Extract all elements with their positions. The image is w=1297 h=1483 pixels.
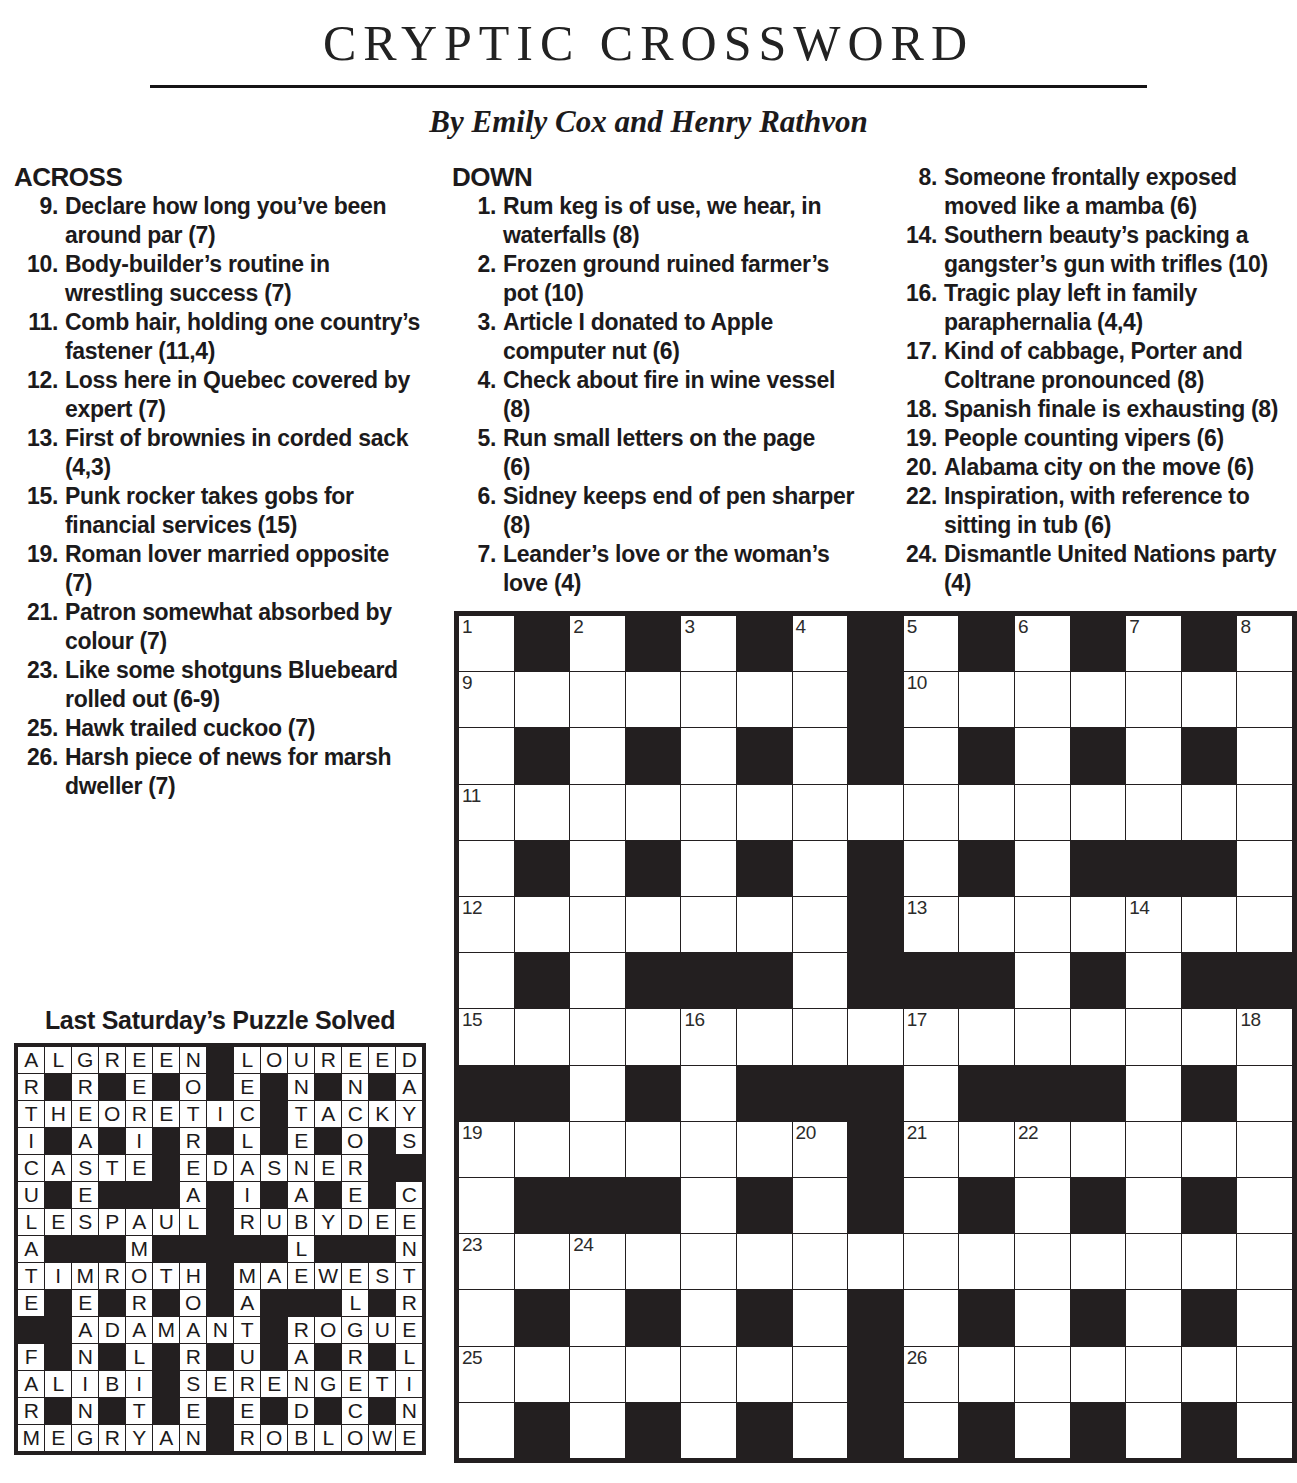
answer-cell[interactable] [793,1178,848,1233]
answer-cell[interactable] [1126,1347,1181,1402]
answer-cell[interactable] [515,1347,570,1402]
answer-cell[interactable] [459,1290,514,1345]
answer-cell[interactable] [848,1234,903,1289]
clue-item: 4.Check about fire in wine vessel (8) [452,366,884,424]
solved-letter-cell: T [234,1317,260,1343]
clue-number: 12. [14,366,58,424]
black-cell [737,841,792,896]
answer-cell[interactable] [459,953,514,1008]
title-divider-rule [150,85,1147,88]
answer-cell[interactable] [1015,672,1070,727]
answer-cell[interactable] [848,1009,903,1064]
answer-cell[interactable] [570,1066,625,1121]
black-cell [459,1066,514,1121]
cell-number: 21 [907,1122,927,1144]
clue-number: 17. [893,337,937,395]
answer-cell[interactable] [681,1122,736,1177]
answer-cell[interactable] [570,953,625,1008]
black-cell [959,1178,1014,1233]
answer-cell[interactable] [737,785,792,840]
answer-cell[interactable] [1126,1178,1181,1233]
answer-cell[interactable] [1237,1347,1292,1402]
answer-cell[interactable] [681,785,736,840]
answer-cell[interactable] [515,672,570,727]
answer-cell[interactable]: 1 [459,616,514,671]
answer-cell[interactable] [681,1066,736,1121]
down-clue-list-1: 1.Rum keg is of use, we hear, in waterfa… [452,192,884,598]
answer-cell[interactable] [793,1290,848,1345]
answer-cell[interactable] [1071,897,1126,952]
solved-letter-cell: R [180,1128,206,1154]
answer-cell[interactable] [904,1234,959,1289]
answer-cell[interactable] [515,1122,570,1177]
answer-cell[interactable]: 13 [904,897,959,952]
answer-cell[interactable] [1126,1009,1181,1064]
clue-number: 13. [14,424,58,482]
answer-cell[interactable] [1126,672,1181,727]
answer-cell[interactable]: 14 [1126,897,1181,952]
answer-cell[interactable] [570,1347,625,1402]
answer-cell[interactable] [1182,897,1237,952]
solved-letter-cell: M [153,1317,179,1343]
solved-black-cell [153,1344,179,1370]
clue-text: People counting vipers (6) [944,424,1224,453]
solved-letter-cell: I [234,1182,260,1208]
answer-cell[interactable] [681,1403,736,1458]
cell-number: 12 [462,897,482,919]
clue-number: 10. [14,250,58,308]
solved-letter-cell: Y [396,1101,422,1127]
answer-cell[interactable]: 17 [904,1009,959,1064]
cell-number: 18 [1240,1009,1260,1031]
answer-cell[interactable] [1126,953,1181,1008]
clue-item: 10.Body-builder’s routine in wrestling s… [14,250,446,308]
answer-cell[interactable] [1126,1066,1181,1121]
answer-cell[interactable] [1126,1290,1181,1345]
answer-cell[interactable] [1237,785,1292,840]
clue-number: 19. [893,424,937,453]
solved-letter-cell: E [126,1155,152,1181]
answer-cell[interactable] [959,1122,1014,1177]
answer-cell[interactable]: 6 [1015,616,1070,671]
answer-cell[interactable] [959,785,1014,840]
black-cell [626,1066,681,1121]
cell-number: 10 [907,672,927,694]
solved-black-cell [261,1290,287,1316]
solved-letter-cell: R [288,1317,314,1343]
down-clue-column-1: DOWN 1.Rum keg is of use, we hear, in wa… [452,163,884,598]
answer-cell[interactable] [459,728,514,783]
clue-number: 3. [452,308,496,366]
cell-number: 2 [573,616,583,638]
solved-black-cell [153,1290,179,1316]
answer-cell[interactable]: 10 [904,672,959,727]
answer-cell[interactable] [737,1009,792,1064]
answer-cell[interactable] [626,1234,681,1289]
solved-black-cell [207,1236,233,1262]
black-cell [1182,1178,1237,1233]
black-cell [1071,728,1126,783]
solved-letter-cell: A [18,1236,44,1262]
solved-letter-cell: U [369,1317,395,1343]
answer-cell[interactable] [904,1066,959,1121]
answer-cell[interactable] [515,1009,570,1064]
answer-cell[interactable] [904,1403,959,1458]
answer-cell[interactable] [793,1009,848,1064]
answer-cell[interactable]: 2 [570,616,625,671]
cell-number: 9 [462,672,472,694]
solved-letter-cell: C [234,1101,260,1127]
answer-cell[interactable] [904,785,959,840]
solved-letter-cell: D [207,1155,233,1181]
answer-cell[interactable]: 9 [459,672,514,727]
answer-cell[interactable] [793,953,848,1008]
answer-cell[interactable] [904,1290,959,1345]
clue-item: 5.Run small letters on the page (6) [452,424,884,482]
answer-cell[interactable]: 8 [1237,616,1292,671]
answer-cell[interactable] [793,728,848,783]
answer-cell[interactable] [737,1347,792,1402]
answer-cell[interactable] [1015,841,1070,896]
clue-number: 16. [893,279,937,337]
answer-cell[interactable] [793,1403,848,1458]
answer-cell[interactable] [1071,1009,1126,1064]
answer-cell[interactable] [681,1347,736,1402]
solved-black-cell [261,1128,287,1154]
answer-cell[interactable] [1126,728,1181,783]
black-cell [959,841,1014,896]
solved-letter-cell: T [288,1101,314,1127]
answer-cell[interactable] [681,1290,736,1345]
solved-letter-cell: A [18,1371,44,1397]
answer-cell[interactable]: 20 [793,1122,848,1177]
solved-black-cell [315,1182,341,1208]
answer-cell[interactable] [1015,1009,1070,1064]
black-cell [848,1066,903,1121]
answer-cell[interactable] [626,1347,681,1402]
black-cell [515,1178,570,1233]
answer-cell[interactable] [626,785,681,840]
clue-text: Hawk trailed cuckoo (7) [65,714,315,743]
clue-number: 11. [14,308,58,366]
solved-letter-cell: M [234,1263,260,1289]
answer-cell[interactable] [793,897,848,952]
answer-cell[interactable] [1071,1347,1126,1402]
answer-cell[interactable] [1015,1178,1070,1233]
clue-text: Body-builder’s routine in wrestling succ… [65,250,330,308]
clue-item: 15.Punk rocker takes gobs for financial … [14,482,446,540]
answer-cell[interactable] [681,728,736,783]
black-cell [848,1122,903,1177]
black-cell [1071,953,1126,1008]
answer-cell[interactable] [904,728,959,783]
answer-cell[interactable] [570,728,625,783]
solved-letter-cell: R [72,1074,98,1100]
answer-cell[interactable] [515,785,570,840]
clue-number: 19. [14,540,58,598]
answer-cell[interactable] [1237,672,1292,727]
solved-letter-cell: B [288,1209,314,1235]
answer-cell[interactable] [515,897,570,952]
answer-cell[interactable] [1071,1234,1126,1289]
answer-cell[interactable] [570,785,625,840]
clue-number: 8. [893,163,937,221]
black-cell [626,1403,681,1458]
solved-black-cell [45,1398,71,1424]
solved-letter-cell: A [234,1290,260,1316]
answer-cell[interactable] [570,1290,625,1345]
answer-cell[interactable] [1126,1122,1181,1177]
answer-cell[interactable] [1126,1234,1181,1289]
answer-cell[interactable] [959,1234,1014,1289]
answer-cell[interactable] [626,672,681,727]
solved-puzzle-title: Last Saturday’s Puzzle Solved [0,1006,440,1035]
answer-cell[interactable]: 22 [1015,1122,1070,1177]
down-header: DOWN [452,163,884,192]
solved-letter-cell: L [45,1047,71,1073]
answer-cell[interactable] [793,841,848,896]
solved-letter-cell: Y [315,1209,341,1235]
solved-black-cell [234,1236,260,1262]
clue-number: 1. [452,192,496,250]
answer-cell[interactable]: 19 [459,1122,514,1177]
answer-cell[interactable] [570,841,625,896]
answer-cell[interactable] [793,1347,848,1402]
solved-black-cell [153,1074,179,1100]
black-cell [515,616,570,671]
answer-cell[interactable] [681,672,736,727]
answer-cell[interactable]: 25 [459,1347,514,1402]
clue-item: 6.Sidney keeps end of pen sharper (8) [452,482,884,540]
answer-cell[interactable] [959,1347,1014,1402]
answer-cell[interactable] [570,897,625,952]
answer-cell[interactable] [793,1234,848,1289]
answer-cell[interactable] [1015,953,1070,1008]
answer-cell[interactable] [959,1009,1014,1064]
solved-letter-cell: E [45,1209,71,1235]
black-cell [626,1178,681,1233]
solved-black-cell [315,1236,341,1262]
solved-letter-cell: R [126,1101,152,1127]
solved-letter-cell: E [153,1047,179,1073]
answer-cell[interactable]: 4 [793,616,848,671]
clue-number: 20. [893,453,937,482]
black-cell [959,616,1014,671]
solved-letter-cell: E [396,1425,422,1451]
answer-cell[interactable] [626,897,681,952]
solved-letter-cell: T [18,1263,44,1289]
answer-cell[interactable] [959,672,1014,727]
solved-letter-cell: E [207,1371,233,1397]
answer-cell[interactable] [793,672,848,727]
answer-cell[interactable] [1237,728,1292,783]
answer-cell[interactable] [1071,672,1126,727]
black-cell [515,841,570,896]
answer-cell[interactable]: 24 [570,1234,625,1289]
answer-cell[interactable] [1126,1403,1181,1458]
answer-cell[interactable] [1182,672,1237,727]
answer-cell[interactable] [1237,1178,1292,1233]
answer-cell[interactable] [681,1234,736,1289]
answer-cell[interactable] [1015,1403,1070,1458]
clue-text: Dismantle United Nations party (4) [944,540,1276,598]
clue-number: 26. [14,743,58,801]
solved-letter-cell: N [342,1074,368,1100]
answer-cell[interactable] [570,1403,625,1458]
solved-puzzle-panel: Last Saturday’s Puzzle Solved ALGREENLOU… [0,1006,440,1455]
answer-cell[interactable] [1237,897,1292,952]
answer-cell[interactable] [793,785,848,840]
cell-number: 15 [462,1009,482,1031]
answer-cell[interactable]: 15 [459,1009,514,1064]
solved-black-cell [207,1425,233,1451]
cell-number: 20 [796,1122,816,1144]
solved-black-cell [369,1155,395,1181]
clue-item: 16.Tragic play left in family parapherna… [893,279,1297,337]
solved-letter-cell: S [72,1155,98,1181]
solved-letter-cell: A [18,1047,44,1073]
clue-item: 12.Loss here in Quebec covered by expert… [14,366,446,424]
answer-cell[interactable] [1015,1234,1070,1289]
answer-cell[interactable] [1015,897,1070,952]
solved-letter-cell: A [234,1155,260,1181]
answer-cell[interactable] [1071,1122,1126,1177]
answer-cell[interactable] [959,897,1014,952]
solved-black-cell [99,1074,125,1100]
main-crossword-grid: 1234567891011121314151617181920212223242… [454,611,1297,1463]
answer-cell[interactable] [681,1178,736,1233]
answer-cell[interactable] [1015,785,1070,840]
answer-cell[interactable] [904,1178,959,1233]
solved-letter-cell: L [18,1209,44,1235]
black-cell [515,1066,570,1121]
solved-letter-cell: M [72,1263,98,1289]
answer-cell[interactable] [1237,1122,1292,1177]
black-cell [959,1066,1014,1121]
solved-letter-cell: O [180,1290,206,1316]
black-cell [1182,1403,1237,1458]
clue-text: Alabama city on the move (6) [944,453,1254,482]
solved-letter-cell: S [261,1155,287,1181]
answer-cell[interactable] [1182,1347,1237,1402]
answer-cell[interactable] [515,1234,570,1289]
clue-text: Like some shotguns Bluebeard rolled out … [65,656,398,714]
solved-black-cell [315,1290,341,1316]
answer-cell[interactable] [1237,1403,1292,1458]
solved-black-cell [369,1074,395,1100]
answer-cell[interactable]: 5 [904,616,959,671]
answer-cell[interactable] [681,841,736,896]
black-cell [737,1178,792,1233]
black-cell [515,728,570,783]
clue-text: Someone frontally exposed moved like a m… [944,163,1237,221]
answer-cell[interactable] [626,1009,681,1064]
answer-cell[interactable] [737,1122,792,1177]
answer-cell[interactable] [626,1122,681,1177]
answer-cell[interactable] [1237,1290,1292,1345]
solved-letter-cell: N [72,1344,98,1370]
answer-cell[interactable]: 26 [904,1347,959,1402]
answer-cell[interactable] [681,897,736,952]
answer-cell[interactable] [570,672,625,727]
solved-black-cell [180,1236,206,1262]
answer-cell[interactable] [570,1122,625,1177]
down-clue-list-2: 8.Someone frontally exposed moved like a… [893,163,1297,598]
answer-cell[interactable] [904,841,959,896]
clue-number: 25. [14,714,58,743]
clue-item: 3.Article I donated to Apple computer nu… [452,308,884,366]
solved-black-cell [45,1182,71,1208]
cell-number: 4 [796,616,806,638]
cell-number: 22 [1018,1122,1038,1144]
solved-black-cell [396,1155,422,1181]
solved-letter-cell: F [18,1344,44,1370]
solved-letter-cell: R [234,1425,260,1451]
black-cell [848,1178,903,1233]
answer-cell[interactable] [1182,1234,1237,1289]
answer-cell[interactable]: 18 [1237,1009,1292,1064]
answer-cell[interactable] [1182,1009,1237,1064]
answer-cell[interactable]: 11 [459,785,514,840]
answer-cell[interactable] [1182,1122,1237,1177]
solved-black-cell [153,1128,179,1154]
answer-cell[interactable] [1015,1290,1070,1345]
answer-cell[interactable]: 23 [459,1234,514,1289]
solved-letter-cell: A [315,1101,341,1127]
answer-cell[interactable] [737,1234,792,1289]
clue-text: Frozen ground ruined farmer’s pot (10) [503,250,829,308]
solved-black-cell [261,1101,287,1127]
clue-number: 5. [452,424,496,482]
clue-text: Roman lover married opposite (7) [65,540,389,598]
clue-item: 9.Declare how long you’ve been around pa… [14,192,446,250]
solved-letter-cell: A [396,1074,422,1100]
answer-cell[interactable]: 3 [681,616,736,671]
answer-cell[interactable] [459,841,514,896]
solved-letter-cell: N [288,1155,314,1181]
black-cell [1071,616,1126,671]
solved-letter-cell: E [126,1074,152,1100]
answer-cell[interactable] [1071,785,1126,840]
answer-cell[interactable] [1182,785,1237,840]
answer-cell[interactable] [459,1178,514,1233]
answer-cell[interactable] [737,672,792,727]
answer-cell[interactable]: 21 [904,1122,959,1177]
answer-cell[interactable] [1237,1066,1292,1121]
clue-item: 26.Harsh piece of news for marsh dweller… [14,743,446,801]
answer-cell[interactable] [459,1403,514,1458]
solved-letter-cell: S [369,1263,395,1289]
answer-cell[interactable] [1237,1234,1292,1289]
answer-cell[interactable]: 12 [459,897,514,952]
answer-cell[interactable] [1015,728,1070,783]
answer-cell[interactable] [1237,841,1292,896]
answer-cell[interactable]: 7 [1126,616,1181,671]
page-title: CRYPTIC CROSSWORD [0,14,1297,72]
answer-cell[interactable]: 16 [681,1009,736,1064]
solved-letter-cell: S [396,1128,422,1154]
solved-letter-cell: E [261,1371,287,1397]
answer-cell[interactable] [848,785,903,840]
solved-letter-cell: O [126,1263,152,1289]
answer-cell[interactable] [737,897,792,952]
answer-cell[interactable] [570,1009,625,1064]
solved-black-cell [207,1398,233,1424]
answer-cell[interactable] [1126,785,1181,840]
solved-black-cell [207,1209,233,1235]
answer-cell[interactable] [1015,1347,1070,1402]
clue-number: 22. [893,482,937,540]
